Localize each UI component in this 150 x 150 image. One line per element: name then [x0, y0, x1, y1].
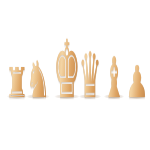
chess-piece-knight: ♞	[25, 54, 50, 105]
chess-piece-king: ♚	[53, 30, 80, 110]
chess-piece-bishop: ♝	[103, 50, 126, 106]
chess-pieces-photo: ♜ ♞ ♚ ♛ ♝ ♟	[0, 0, 150, 150]
chess-piece-pawn: ♟	[125, 60, 149, 104]
chess-piece-queen: ♛	[79, 44, 102, 107]
